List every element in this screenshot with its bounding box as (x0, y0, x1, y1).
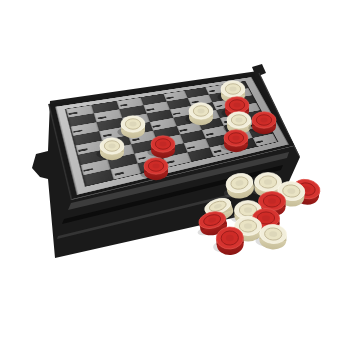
piece-center (108, 144, 115, 149)
checker-piece-white[interactable] (96, 138, 124, 160)
pieces-layer (0, 0, 350, 350)
piece-center (268, 198, 276, 204)
piece-center (233, 103, 240, 108)
piece-center (264, 179, 272, 185)
piece-center (152, 164, 159, 169)
piece-center (244, 207, 252, 213)
piece-center (232, 136, 239, 141)
piece-center (197, 109, 204, 114)
checker-piece-red[interactable] (147, 136, 175, 158)
checker-piece-white[interactable] (117, 116, 145, 138)
product-photo-scene (0, 0, 350, 350)
checker-piece-red[interactable] (140, 158, 168, 180)
checker-piece-red[interactable] (248, 112, 276, 134)
piece-center (229, 87, 236, 92)
piece-center (129, 122, 136, 127)
checker-piece-red[interactable] (220, 130, 248, 152)
piece-center (244, 223, 252, 229)
piece-center (260, 118, 267, 123)
checker-piece-white[interactable] (185, 103, 213, 125)
piece-center (235, 118, 242, 123)
piece-center (159, 142, 166, 147)
checker-piece-white[interactable] (221, 171, 256, 201)
piece-center (262, 215, 270, 221)
